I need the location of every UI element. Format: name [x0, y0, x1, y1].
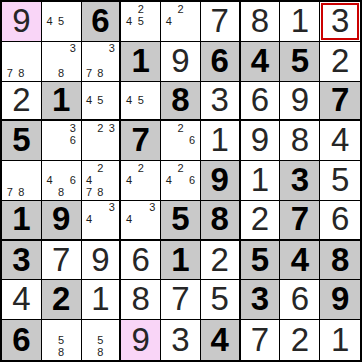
candidate-4: 4 [123, 94, 135, 106]
cell-r2c3[interactable]: 378 [82, 42, 122, 82]
cell-r8c4[interactable]: 8 [121, 280, 161, 320]
candidate-8: 8 [16, 187, 28, 199]
given-digit: 1 [12, 202, 30, 235]
cell-r3c1[interactable]: 2 [2, 82, 42, 122]
given-digit: 1 [132, 44, 150, 77]
cell-r8c2[interactable]: 2 [42, 280, 82, 320]
given-digit: 1 [52, 83, 70, 116]
cell-r7c3[interactable]: 9 [82, 241, 122, 281]
cell-r1c6[interactable]: 7 [201, 2, 241, 42]
entered-digit: 3 [211, 83, 229, 116]
cell-r8c8[interactable]: 6 [280, 280, 320, 320]
candidate-4: 4 [44, 15, 56, 27]
candidate-5: 5 [135, 94, 147, 106]
cell-r5c8[interactable]: 3 [280, 161, 320, 201]
candidate-marks: 24 [161, 2, 200, 41]
candidate-4: 4 [123, 15, 135, 27]
given-digit: 5 [291, 44, 309, 77]
candidate-4: 4 [123, 214, 135, 226]
candidate-5: 5 [55, 15, 67, 27]
entered-digit: 8 [291, 123, 309, 156]
candidate-5: 5 [55, 334, 67, 347]
cell-r8c7[interactable]: 3 [241, 280, 281, 320]
candidate-3: 3 [147, 202, 159, 214]
candidate-7: 7 [84, 67, 95, 79]
candidate-3: 3 [67, 43, 79, 55]
candidate-2: 2 [135, 3, 147, 15]
cell-r1c2[interactable]: 45 [42, 2, 82, 42]
entered-digit: 9 [91, 243, 109, 276]
candidate-marks: 23 [82, 121, 120, 160]
cell-r4c3[interactable]: 23 [82, 121, 122, 161]
cell-r9c4[interactable]: 9 [121, 320, 161, 360]
entered-digit: 5 [211, 282, 229, 315]
cell-r5c4[interactable]: 24 [121, 161, 161, 201]
given-digit: 6 [211, 44, 229, 77]
candidate-6: 6 [186, 174, 198, 186]
cell-r7c5[interactable]: 1 [161, 241, 201, 281]
candidate-4: 4 [163, 15, 175, 27]
candidate-marks: 45 [82, 82, 120, 120]
entered-digit: 2 [331, 44, 349, 77]
entered-digit: 4 [12, 282, 30, 315]
given-digit: 9 [211, 163, 229, 196]
cell-r5c5[interactable]: 246 [161, 161, 201, 201]
given-digit: 3 [291, 163, 309, 196]
cell-r4c9[interactable]: 4 [320, 121, 360, 161]
candidate-2: 2 [175, 3, 187, 15]
given-digit: 4 [291, 243, 309, 276]
cell-r5c1[interactable]: 78 [2, 161, 42, 201]
candidate-8: 8 [16, 67, 28, 79]
candidate-marks: 2478 [82, 161, 120, 200]
given-digit: 8 [331, 243, 349, 276]
candidate-3: 3 [106, 202, 117, 214]
candidate-8: 8 [95, 346, 106, 359]
cell-r5c9[interactable]: 5 [320, 161, 360, 201]
cell-r8c5[interactable]: 7 [161, 280, 201, 320]
cell-r7c8[interactable]: 4 [280, 241, 320, 281]
given-digit: 8 [171, 83, 189, 116]
cell-r6c6[interactable]: 8 [201, 201, 241, 241]
entered-digit: 2 [251, 202, 269, 235]
candidate-7: 7 [4, 67, 16, 79]
cell-r9c5[interactable]: 3 [161, 320, 201, 360]
candidate-marks: 78 [2, 42, 41, 81]
candidate-3: 3 [106, 43, 117, 55]
cell-r4c4[interactable]: 7 [121, 121, 161, 161]
candidate-marks: 78 [2, 161, 41, 200]
candidate-5: 5 [135, 15, 147, 27]
given-digit: 9 [52, 202, 70, 235]
cell-r4c6[interactable]: 1 [201, 121, 241, 161]
given-digit: 5 [251, 243, 269, 276]
cell-r1c3[interactable]: 6 [82, 2, 122, 42]
cell-r5c3[interactable]: 2478 [82, 161, 122, 201]
given-digit: 8 [211, 202, 229, 235]
cell-r3c4[interactable]: 45 [121, 82, 161, 122]
candidate-2: 2 [175, 162, 187, 174]
cell-r3c3[interactable]: 45 [82, 82, 122, 122]
cell-r4c2[interactable]: 36 [42, 121, 82, 161]
given-digit: 5 [171, 202, 189, 235]
entered-digit: 3 [331, 4, 349, 37]
cell-r6c2[interactable]: 9 [42, 201, 82, 241]
candidate-marks: 34 [121, 201, 160, 239]
given-digit: 3 [12, 243, 30, 276]
entered-digit: 1 [91, 282, 109, 315]
candidate-4: 4 [84, 174, 95, 186]
candidate-marks: 38 [42, 42, 81, 81]
cell-r5c6[interactable]: 9 [201, 161, 241, 201]
cell-r1c4[interactable]: 245 [121, 2, 161, 42]
given-digit: 7 [331, 83, 349, 116]
entered-digit: 1 [211, 123, 229, 156]
candidate-8: 8 [95, 67, 106, 79]
cell-r6c9[interactable]: 6 [320, 201, 360, 241]
candidate-marks: 36 [42, 121, 81, 160]
candidate-marks: 24 [121, 161, 160, 200]
cell-r8c6[interactable]: 5 [201, 280, 241, 320]
candidate-4: 4 [84, 214, 95, 226]
entered-digit: 5 [331, 163, 349, 196]
cell-r6c8[interactable]: 7 [280, 201, 320, 241]
entered-digit: 8 [251, 4, 269, 37]
cell-r3c7[interactable]: 6 [241, 82, 281, 122]
candidate-4: 4 [44, 174, 56, 186]
cell-r6c3[interactable]: 34 [82, 201, 122, 241]
cell-r9c3[interactable]: 58 [82, 320, 122, 360]
entered-digit: 6 [291, 282, 309, 315]
entered-digit: 9 [12, 4, 30, 37]
candidate-8: 8 [55, 67, 67, 79]
cell-r3c5[interactable]: 8 [161, 82, 201, 122]
sudoku-board: 9456245247813783837819645221454583697536… [0, 0, 362, 362]
entered-digit: 1 [291, 4, 309, 37]
candidate-marks: 378 [82, 42, 120, 81]
candidate-5: 5 [95, 94, 106, 106]
cell-r2c6[interactable]: 6 [201, 42, 241, 82]
cell-r7c2[interactable]: 7 [42, 241, 82, 281]
entered-digit: 6 [331, 202, 349, 235]
given-digit: 3 [251, 282, 269, 315]
cell-r9c1[interactable]: 6 [2, 320, 42, 360]
cell-r3c2[interactable]: 1 [42, 82, 82, 122]
cell-r7c1[interactable]: 3 [2, 241, 42, 281]
cell-r9c2[interactable]: 58 [42, 320, 82, 360]
given-digit: 6 [91, 4, 109, 37]
cell-r5c2[interactable]: 468 [42, 161, 82, 201]
cell-r9c8[interactable]: 2 [280, 320, 320, 360]
cell-r7c6[interactable]: 2 [201, 241, 241, 281]
cell-r1c8[interactable]: 1 [280, 2, 320, 42]
cell-r3c9[interactable]: 7 [320, 82, 360, 122]
cell-r7c7[interactable]: 5 [241, 241, 281, 281]
candidate-marks: 26 [161, 121, 200, 160]
cell-r6c4[interactable]: 34 [121, 201, 161, 241]
candidate-2: 2 [95, 162, 106, 174]
given-digit: 2 [52, 282, 70, 315]
candidate-6: 6 [67, 135, 79, 147]
entered-digit: 2 [12, 83, 30, 116]
cell-r2c8[interactable]: 5 [280, 42, 320, 82]
cell-r2c9[interactable]: 2 [320, 42, 360, 82]
entered-digit: 9 [251, 123, 269, 156]
entered-digit: 2 [211, 243, 229, 276]
cell-r2c7[interactable]: 4 [241, 42, 281, 82]
entered-digit: 7 [171, 282, 189, 315]
candidate-4: 4 [123, 174, 135, 186]
cell-r1c7[interactable]: 8 [241, 2, 281, 42]
entered-digit: 3 [171, 323, 189, 356]
cell-r4c7[interactable]: 9 [241, 121, 281, 161]
candidate-marks: 45 [42, 2, 81, 41]
given-digit: 6 [12, 323, 30, 356]
cell-r4c5[interactable]: 26 [161, 121, 201, 161]
cell-r1c1[interactable]: 9 [2, 2, 42, 42]
candidate-7: 7 [4, 187, 16, 199]
given-digit: 5 [12, 123, 30, 156]
cell-r7c9[interactable]: 8 [320, 241, 360, 281]
candidate-3: 3 [106, 122, 117, 134]
cell-r9c9[interactable]: 1 [320, 320, 360, 360]
cell-r6c5[interactable]: 5 [161, 201, 201, 241]
candidate-7: 7 [84, 187, 95, 199]
entered-digit: 6 [132, 243, 150, 276]
candidate-8: 8 [55, 346, 67, 359]
entered-digit: 7 [211, 4, 229, 37]
entered-digit: 9 [132, 323, 150, 356]
cell-r4c8[interactable]: 8 [280, 121, 320, 161]
entered-digit: 4 [331, 123, 349, 156]
candidate-4: 4 [163, 174, 175, 186]
cell-r7c4[interactable]: 6 [121, 241, 161, 281]
candidate-marks: 468 [42, 161, 81, 200]
candidate-2: 2 [95, 122, 106, 134]
candidate-marks: 245 [121, 2, 160, 41]
candidate-marks: 45 [121, 82, 160, 120]
candidate-6: 6 [186, 135, 198, 147]
cell-r2c4[interactable]: 1 [121, 42, 161, 82]
cell-r2c5[interactable]: 9 [161, 42, 201, 82]
entered-digit: 1 [331, 323, 349, 356]
candidate-8: 8 [55, 187, 67, 199]
cell-r8c9[interactable]: 9 [320, 280, 360, 320]
entered-digit: 7 [52, 243, 70, 276]
given-digit: 1 [171, 243, 189, 276]
cell-r4c1[interactable]: 5 [2, 121, 42, 161]
cell-r8c1[interactable]: 4 [2, 280, 42, 320]
entered-digit: 9 [171, 44, 189, 77]
cell-r9c7[interactable]: 7 [241, 320, 281, 360]
candidate-8: 8 [95, 187, 106, 199]
cell-r8c3[interactable]: 1 [82, 280, 122, 320]
cell-r5c7[interactable]: 1 [241, 161, 281, 201]
entered-digit: 7 [251, 323, 269, 356]
entered-digit: 2 [291, 323, 309, 356]
cell-r2c2[interactable]: 38 [42, 42, 82, 82]
entered-digit: 9 [291, 83, 309, 116]
cell-r3c8[interactable]: 9 [280, 82, 320, 122]
cell-r3c6[interactable]: 3 [201, 82, 241, 122]
candidate-marks: 246 [161, 161, 200, 200]
given-digit: 7 [291, 202, 309, 235]
cell-r1c9[interactable]: 3 [320, 2, 360, 42]
cell-r6c7[interactable]: 2 [241, 201, 281, 241]
candidate-3: 3 [67, 122, 79, 134]
cell-r6c1[interactable]: 1 [2, 201, 42, 241]
given-digit: 9 [331, 282, 349, 315]
cell-r1c5[interactable]: 24 [161, 2, 201, 42]
given-digit: 4 [211, 323, 229, 356]
candidate-2: 2 [135, 162, 147, 174]
given-digit: 7 [132, 123, 150, 156]
cell-r2c1[interactable]: 78 [2, 42, 42, 82]
cell-r9c6[interactable]: 4 [201, 320, 241, 360]
candidate-5: 5 [95, 334, 106, 347]
candidate-marks: 34 [82, 201, 120, 239]
candidate-2: 2 [175, 122, 187, 134]
candidate-marks: 58 [42, 320, 81, 360]
entered-digit: 1 [251, 163, 269, 196]
candidate-4: 4 [84, 94, 95, 106]
entered-digit: 6 [251, 83, 269, 116]
candidate-marks: 58 [82, 320, 120, 360]
candidate-6: 6 [67, 174, 79, 186]
given-digit: 4 [251, 44, 269, 77]
entered-digit: 8 [132, 282, 150, 315]
